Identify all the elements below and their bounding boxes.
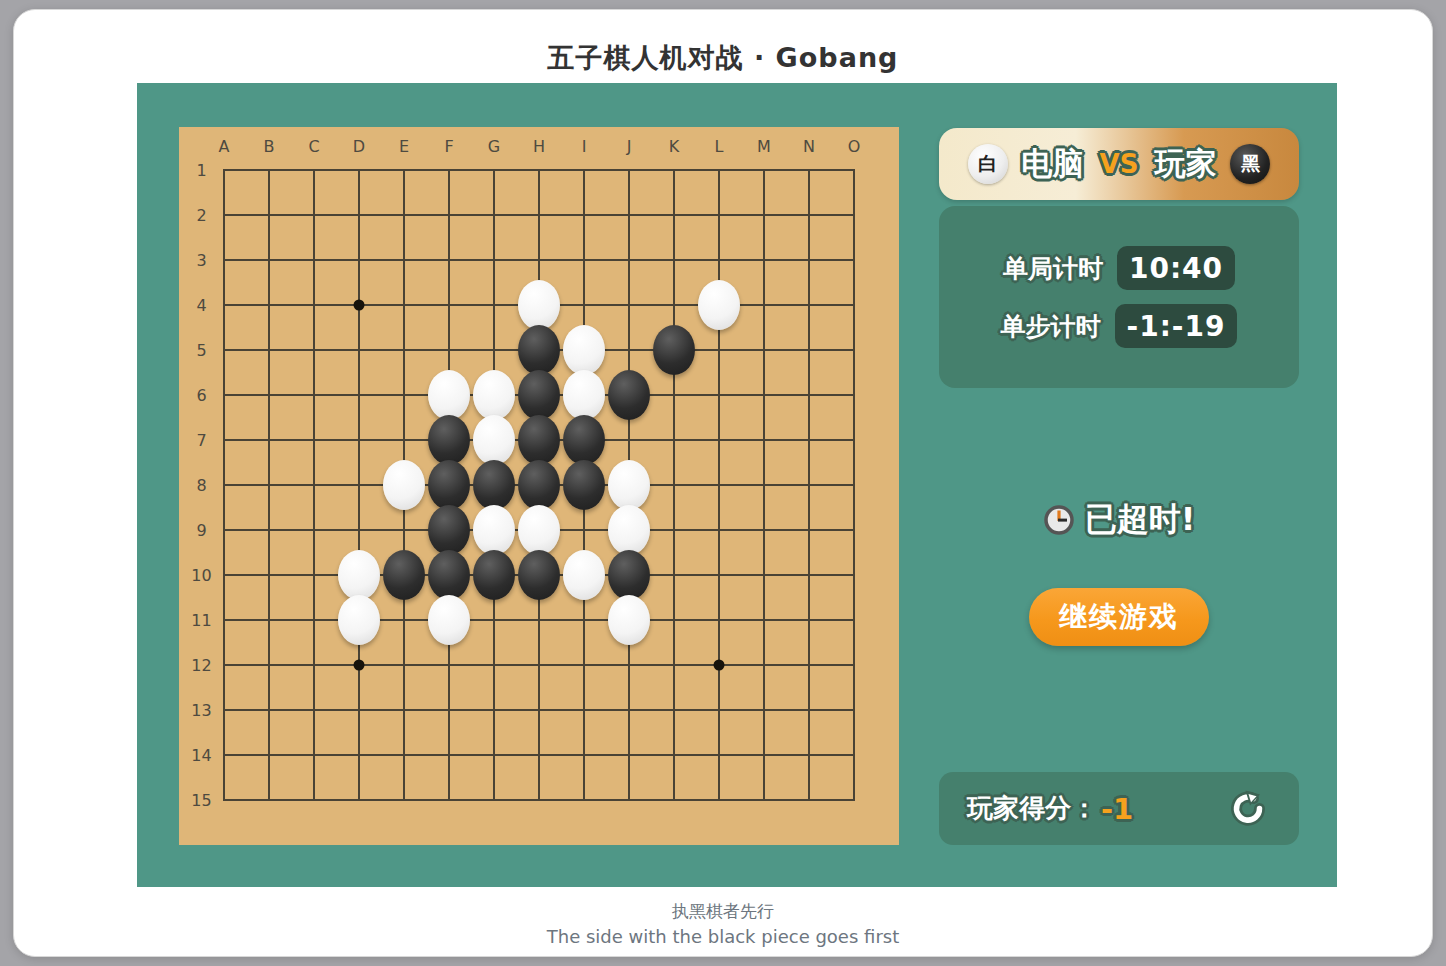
black-stone-G8 <box>473 460 515 510</box>
white-stone-I6 <box>563 370 605 420</box>
board-cell-J15[interactable] <box>607 778 652 823</box>
board-cell-I1[interactable] <box>562 148 607 193</box>
board-cell-G4[interactable] <box>472 283 517 328</box>
board-cell-G9[interactable] <box>472 508 517 553</box>
board-cell-B11[interactable] <box>247 598 292 643</box>
board-cell-B10[interactable] <box>247 553 292 598</box>
board-cell-E7[interactable] <box>382 418 427 463</box>
black-stone-E10 <box>383 550 425 600</box>
board-cell-K5[interactable] <box>652 328 697 373</box>
board-cell-B2[interactable] <box>247 193 292 238</box>
board-cell-N12[interactable] <box>787 643 832 688</box>
board-cell-L7[interactable] <box>697 418 742 463</box>
board-cell-G7[interactable] <box>472 418 517 463</box>
game-timer-value: 10:40 <box>1117 246 1235 290</box>
board-cell-O2[interactable] <box>832 193 877 238</box>
board-cell-C6[interactable] <box>292 373 337 418</box>
player-score-value: -1 <box>1101 792 1133 826</box>
board-cell-G5[interactable] <box>472 328 517 373</box>
board-cell-H10[interactable] <box>517 553 562 598</box>
board-cell-L1[interactable] <box>697 148 742 193</box>
white-stone-H9 <box>518 505 560 555</box>
black-stone-G10 <box>473 550 515 600</box>
board-cell-G2[interactable] <box>472 193 517 238</box>
board-cell-E11[interactable] <box>382 598 427 643</box>
board-cell-H4[interactable] <box>517 283 562 328</box>
vs-header: 白 电脑 VS 玩家 黑 <box>939 128 1299 200</box>
board-cell-J5[interactable] <box>607 328 652 373</box>
board-cell-A5[interactable] <box>202 328 247 373</box>
board-cell-K3[interactable] <box>652 238 697 283</box>
board-cell-J3[interactable] <box>607 238 652 283</box>
board-cell-C12[interactable] <box>292 643 337 688</box>
board-cell-A13[interactable] <box>202 688 247 733</box>
board-cell-E5[interactable] <box>382 328 427 373</box>
board-cell-H5[interactable] <box>517 328 562 373</box>
game-timer-row: 单局计时 10:40 <box>1003 246 1235 290</box>
board-cell-M13[interactable] <box>742 688 787 733</box>
board-cell-O3[interactable] <box>832 238 877 283</box>
board-cell-G3[interactable] <box>472 238 517 283</box>
black-stone-H5 <box>518 325 560 375</box>
board-cell-C3[interactable] <box>292 238 337 283</box>
black-stone-H6 <box>518 370 560 420</box>
board-cell-A11[interactable] <box>202 598 247 643</box>
white-stone-J8 <box>608 460 650 510</box>
footer-note: 执黑棋者先行 The side with the black piece goe… <box>14 898 1432 950</box>
board-cell-O6[interactable] <box>832 373 877 418</box>
board-cell-I3[interactable] <box>562 238 607 283</box>
board-cell-J8[interactable] <box>607 463 652 508</box>
move-timer-value: -1:-19 <box>1115 304 1238 348</box>
board-cell-O4[interactable] <box>832 283 877 328</box>
board-cell-H9[interactable] <box>517 508 562 553</box>
board-cell-E8[interactable] <box>382 463 427 508</box>
board-cell-E3[interactable] <box>382 238 427 283</box>
black-stone-K5 <box>653 325 695 375</box>
board-cell-B5[interactable] <box>247 328 292 373</box>
vs-label: VS <box>1100 149 1139 179</box>
board-cell-M6[interactable] <box>742 373 787 418</box>
black-stone-F10 <box>428 550 470 600</box>
board-cell-D4[interactable] <box>337 283 382 328</box>
white-stone-I5 <box>563 325 605 375</box>
game-arena: ABCDEFGHIJKLMNO 123456789101112131415 白 … <box>137 83 1337 887</box>
black-stone-F9 <box>428 505 470 555</box>
board-cell-K9[interactable] <box>652 508 697 553</box>
board-cell-O5[interactable] <box>832 328 877 373</box>
board-cell-A3[interactable] <box>202 238 247 283</box>
board-cell-M3[interactable] <box>742 238 787 283</box>
board-cell-N6[interactable] <box>787 373 832 418</box>
board-cell-G13[interactable] <box>472 688 517 733</box>
board-cell-O8[interactable] <box>832 463 877 508</box>
board-cell-L10[interactable] <box>697 553 742 598</box>
board-cell-C2[interactable] <box>292 193 337 238</box>
board-cell-A9[interactable] <box>202 508 247 553</box>
board-cell-D1[interactable] <box>337 148 382 193</box>
black-stone-badge: 黑 <box>1230 144 1270 184</box>
board-cell-E4[interactable] <box>382 283 427 328</box>
board-cell-O12[interactable] <box>832 643 877 688</box>
refresh-button[interactable] <box>1225 786 1271 832</box>
board-cell-B12[interactable] <box>247 643 292 688</box>
board-cell-L5[interactable] <box>697 328 742 373</box>
board-cell-E14[interactable] <box>382 733 427 778</box>
board-cell-C11[interactable] <box>292 598 337 643</box>
board-cell-N3[interactable] <box>787 238 832 283</box>
board-cell-L12[interactable] <box>697 643 742 688</box>
black-stone-J10 <box>608 550 650 600</box>
board-cell-F7[interactable] <box>427 418 472 463</box>
board-cell-K12[interactable] <box>652 643 697 688</box>
board-cell-B8[interactable] <box>247 463 292 508</box>
board-cell-D15[interactable] <box>337 778 382 823</box>
board-cell-H6[interactable] <box>517 373 562 418</box>
refresh-icon <box>1225 786 1271 832</box>
board-cell-E1[interactable] <box>382 148 427 193</box>
board-cell-L15[interactable] <box>697 778 742 823</box>
board-cell-L6[interactable] <box>697 373 742 418</box>
board-cell-F2[interactable] <box>427 193 472 238</box>
board-cell-N11[interactable] <box>787 598 832 643</box>
player-score-label: 玩家得分： <box>967 791 1097 826</box>
board-cell-B14[interactable] <box>247 733 292 778</box>
black-stone-H7 <box>518 415 560 465</box>
board-cell-G6[interactable] <box>472 373 517 418</box>
board-cell-O15[interactable] <box>832 778 877 823</box>
gomoku-board: ABCDEFGHIJKLMNO 123456789101112131415 <box>179 127 899 845</box>
board-cell-K4[interactable] <box>652 283 697 328</box>
board-cell-I8[interactable] <box>562 463 607 508</box>
board-cell-C15[interactable] <box>292 778 337 823</box>
board-cell-I9[interactable] <box>562 508 607 553</box>
board-cell-O13[interactable] <box>832 688 877 733</box>
computer-label: 电脑 <box>1022 143 1084 185</box>
board-cell-C7[interactable] <box>292 418 337 463</box>
board-cell-G11[interactable] <box>472 598 517 643</box>
board-cell-D12[interactable] <box>337 643 382 688</box>
white-stone-E8 <box>383 460 425 510</box>
board-cell-C4[interactable] <box>292 283 337 328</box>
board-cell-D14[interactable] <box>337 733 382 778</box>
board-cell-L9[interactable] <box>697 508 742 553</box>
board-cell-D10[interactable] <box>337 553 382 598</box>
board-cell-N7[interactable] <box>787 418 832 463</box>
board-cell-C13[interactable] <box>292 688 337 733</box>
board-cell-M7[interactable] <box>742 418 787 463</box>
board-cell-J4[interactable] <box>607 283 652 328</box>
white-stone-L4 <box>698 280 740 330</box>
board-cell-C5[interactable] <box>292 328 337 373</box>
board-cell-K1[interactable] <box>652 148 697 193</box>
board-cell-O9[interactable] <box>832 508 877 553</box>
board-cell-A2[interactable] <box>202 193 247 238</box>
board-cell-A4[interactable] <box>202 283 247 328</box>
board-cell-D7[interactable] <box>337 418 382 463</box>
continue-game-button[interactable]: 继续游戏 <box>1029 588 1209 646</box>
board-cell-H2[interactable] <box>517 193 562 238</box>
board-cell-K15[interactable] <box>652 778 697 823</box>
board-cell-N8[interactable] <box>787 463 832 508</box>
board-cell-J13[interactable] <box>607 688 652 733</box>
board-cell-F6[interactable] <box>427 373 472 418</box>
board-cell-C1[interactable] <box>292 148 337 193</box>
board-cell-A12[interactable] <box>202 643 247 688</box>
white-stone-J9 <box>608 505 650 555</box>
board-cell-N2[interactable] <box>787 193 832 238</box>
board-cell-A7[interactable] <box>202 418 247 463</box>
white-stone-I10 <box>563 550 605 600</box>
board-cell-J10[interactable] <box>607 553 652 598</box>
board-cell-I10[interactable] <box>562 553 607 598</box>
board-cell-N1[interactable] <box>787 148 832 193</box>
board-cell-H13[interactable] <box>517 688 562 733</box>
board-cell-G14[interactable] <box>472 733 517 778</box>
board-cell-N15[interactable] <box>787 778 832 823</box>
timer-panel: 单局计时 10:40 单步计时 -1:-19 <box>939 206 1299 388</box>
board-cell-L13[interactable] <box>697 688 742 733</box>
board-cell-F8[interactable] <box>427 463 472 508</box>
board-cell-K7[interactable] <box>652 418 697 463</box>
board-cell-F10[interactable] <box>427 553 472 598</box>
board-cell-G10[interactable] <box>472 553 517 598</box>
footer-note-en: The side with the black piece goes first <box>14 924 1432 950</box>
board-cell-D13[interactable] <box>337 688 382 733</box>
white-stone-F6 <box>428 370 470 420</box>
board-cell-L3[interactable] <box>697 238 742 283</box>
board-cell-E12[interactable] <box>382 643 427 688</box>
board-cell-L4[interactable] <box>697 283 742 328</box>
board-cells <box>202 148 877 823</box>
board-cell-F3[interactable] <box>427 238 472 283</box>
board-cell-N13[interactable] <box>787 688 832 733</box>
board-cell-I11[interactable] <box>562 598 607 643</box>
board-cell-D9[interactable] <box>337 508 382 553</box>
board-cell-N14[interactable] <box>787 733 832 778</box>
board-cell-I13[interactable] <box>562 688 607 733</box>
board-cell-M15[interactable] <box>742 778 787 823</box>
black-stone-I7 <box>563 415 605 465</box>
board-cell-G1[interactable] <box>472 148 517 193</box>
board-cell-L14[interactable] <box>697 733 742 778</box>
white-stone-G9 <box>473 505 515 555</box>
board-cell-F5[interactable] <box>427 328 472 373</box>
board-cell-M1[interactable] <box>742 148 787 193</box>
board-cell-B3[interactable] <box>247 238 292 283</box>
board-cell-I6[interactable] <box>562 373 607 418</box>
board-cell-B1[interactable] <box>247 148 292 193</box>
board-cell-M5[interactable] <box>742 328 787 373</box>
board-cell-E15[interactable] <box>382 778 427 823</box>
board-cell-I2[interactable] <box>562 193 607 238</box>
timeout-status: 已超时! <box>939 498 1299 542</box>
board-cell-N9[interactable] <box>787 508 832 553</box>
board-cell-B9[interactable] <box>247 508 292 553</box>
board-cell-G12[interactable] <box>472 643 517 688</box>
board-cell-M10[interactable] <box>742 553 787 598</box>
board-cell-M12[interactable] <box>742 643 787 688</box>
black-stone-J6 <box>608 370 650 420</box>
board-cell-K8[interactable] <box>652 463 697 508</box>
clock-icon <box>1043 504 1075 536</box>
board-cell-M9[interactable] <box>742 508 787 553</box>
board-cell-D6[interactable] <box>337 373 382 418</box>
board-cell-I14[interactable] <box>562 733 607 778</box>
board-cell-D8[interactable] <box>337 463 382 508</box>
board-cell-M4[interactable] <box>742 283 787 328</box>
board-cell-J6[interactable] <box>607 373 652 418</box>
board-cell-I7[interactable] <box>562 418 607 463</box>
board-cell-A6[interactable] <box>202 373 247 418</box>
board-cell-D3[interactable] <box>337 238 382 283</box>
board-cell-M8[interactable] <box>742 463 787 508</box>
board-cell-G8[interactable] <box>472 463 517 508</box>
board-cell-M11[interactable] <box>742 598 787 643</box>
white-stone-G6 <box>473 370 515 420</box>
board-cell-L2[interactable] <box>697 193 742 238</box>
black-stone-F8 <box>428 460 470 510</box>
board-cell-K6[interactable] <box>652 373 697 418</box>
board-cell-O14[interactable] <box>832 733 877 778</box>
board-cell-O11[interactable] <box>832 598 877 643</box>
white-stone-badge: 白 <box>968 144 1008 184</box>
board-cell-H11[interactable] <box>517 598 562 643</box>
white-stone-H4 <box>518 280 560 330</box>
move-timer-row: 单步计时 -1:-19 <box>1001 304 1238 348</box>
board-cell-J11[interactable] <box>607 598 652 643</box>
board-cell-I15[interactable] <box>562 778 607 823</box>
board-cell-A10[interactable] <box>202 553 247 598</box>
board-cell-A15[interactable] <box>202 778 247 823</box>
white-stone-J11 <box>608 595 650 645</box>
game-timer-label: 单局计时 <box>1003 252 1103 285</box>
board-cell-N4[interactable] <box>787 283 832 328</box>
board-cell-O7[interactable] <box>832 418 877 463</box>
board-cell-M2[interactable] <box>742 193 787 238</box>
board-cell-F15[interactable] <box>427 778 472 823</box>
white-stone-G7 <box>473 415 515 465</box>
board-cell-B7[interactable] <box>247 418 292 463</box>
board-cell-H7[interactable] <box>517 418 562 463</box>
board-cell-A14[interactable] <box>202 733 247 778</box>
board-cell-H12[interactable] <box>517 643 562 688</box>
board-cell-L8[interactable] <box>697 463 742 508</box>
board-cell-A8[interactable] <box>202 463 247 508</box>
board-cell-B13[interactable] <box>247 688 292 733</box>
board-cell-B4[interactable] <box>247 283 292 328</box>
black-stone-H10 <box>518 550 560 600</box>
board-cell-J7[interactable] <box>607 418 652 463</box>
board-cell-D2[interactable] <box>337 193 382 238</box>
board-cell-F12[interactable] <box>427 643 472 688</box>
board-cell-I5[interactable] <box>562 328 607 373</box>
board-cell-E10[interactable] <box>382 553 427 598</box>
board-cell-N5[interactable] <box>787 328 832 373</box>
board-cell-E13[interactable] <box>382 688 427 733</box>
move-timer-label: 单步计时 <box>1001 310 1101 343</box>
board-cell-H15[interactable] <box>517 778 562 823</box>
board-cell-N10[interactable] <box>787 553 832 598</box>
board-cell-I4[interactable] <box>562 283 607 328</box>
score-panel: 玩家得分： -1 <box>939 772 1299 845</box>
board-cell-A1[interactable] <box>202 148 247 193</box>
board-cell-D5[interactable] <box>337 328 382 373</box>
board-cell-J1[interactable] <box>607 148 652 193</box>
board-cell-B15[interactable] <box>247 778 292 823</box>
board-cell-K13[interactable] <box>652 688 697 733</box>
board-cell-C14[interactable] <box>292 733 337 778</box>
board-cell-J2[interactable] <box>607 193 652 238</box>
app-card: 五子棋人机对战 · Gobang ABCDEFGHIJKLMNO 1234567… <box>13 9 1433 957</box>
black-stone-I8 <box>563 460 605 510</box>
board-cell-E6[interactable] <box>382 373 427 418</box>
board-cell-C10[interactable] <box>292 553 337 598</box>
board-cell-H8[interactable] <box>517 463 562 508</box>
player-label: 玩家 <box>1154 143 1216 185</box>
board-cell-E2[interactable] <box>382 193 427 238</box>
board-cell-F14[interactable] <box>427 733 472 778</box>
board-cell-F1[interactable] <box>427 148 472 193</box>
board-cell-G15[interactable] <box>472 778 517 823</box>
board-cell-K14[interactable] <box>652 733 697 778</box>
white-stone-D10 <box>338 550 380 600</box>
board-cell-H14[interactable] <box>517 733 562 778</box>
board-cell-E9[interactable] <box>382 508 427 553</box>
white-stone-F11 <box>428 595 470 645</box>
board-cell-H1[interactable] <box>517 148 562 193</box>
board-cell-K2[interactable] <box>652 193 697 238</box>
board-cell-K11[interactable] <box>652 598 697 643</box>
board-cell-F9[interactable] <box>427 508 472 553</box>
board-cell-H3[interactable] <box>517 238 562 283</box>
board-cell-O10[interactable] <box>832 553 877 598</box>
board-cell-O1[interactable] <box>832 148 877 193</box>
board-cell-J14[interactable] <box>607 733 652 778</box>
black-stone-H8 <box>518 460 560 510</box>
board-cell-J12[interactable] <box>607 643 652 688</box>
board-cell-D11[interactable] <box>337 598 382 643</box>
board-cell-L11[interactable] <box>697 598 742 643</box>
board-cell-F13[interactable] <box>427 688 472 733</box>
board-cell-M14[interactable] <box>742 733 787 778</box>
board-cell-C9[interactable] <box>292 508 337 553</box>
footer-note-zh: 执黑棋者先行 <box>14 898 1432 924</box>
black-stone-F7 <box>428 415 470 465</box>
timeout-text: 已超时! <box>1085 498 1196 542</box>
white-stone-D11 <box>338 595 380 645</box>
board-cell-B6[interactable] <box>247 373 292 418</box>
board-cell-F4[interactable] <box>427 283 472 328</box>
board-cell-K10[interactable] <box>652 553 697 598</box>
board-cell-F11[interactable] <box>427 598 472 643</box>
board-cell-C8[interactable] <box>292 463 337 508</box>
page-title: 五子棋人机对战 · Gobang <box>14 40 1432 76</box>
board-cell-I12[interactable] <box>562 643 607 688</box>
board-cell-J9[interactable] <box>607 508 652 553</box>
